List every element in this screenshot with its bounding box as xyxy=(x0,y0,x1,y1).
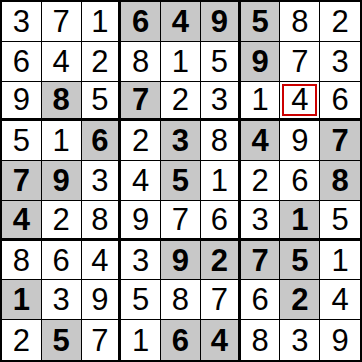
cell-r7c2[interactable]: 6 xyxy=(42,241,82,281)
cell-r8c9[interactable]: 4 xyxy=(320,280,360,320)
cell-r8c5[interactable]: 8 xyxy=(161,280,201,320)
cell-r6c5[interactable]: 7 xyxy=(161,201,201,241)
cell-r1c7[interactable]: 5 xyxy=(241,2,281,42)
cell-r7c7[interactable]: 7 xyxy=(241,241,281,281)
cell-r4c6[interactable]: 8 xyxy=(201,121,241,161)
cell-r2c7[interactable]: 9 xyxy=(241,42,281,82)
cell-r3c4[interactable]: 7 xyxy=(121,82,161,122)
cell-r6c4[interactable]: 9 xyxy=(121,201,161,241)
cell-r5c2[interactable]: 9 xyxy=(42,161,82,201)
cell-r5c7[interactable]: 2 xyxy=(241,161,281,201)
cell-r2c9[interactable]: 3 xyxy=(320,42,360,82)
cell-r5c3[interactable]: 3 xyxy=(82,161,122,201)
cell-r3c3[interactable]: 5 xyxy=(82,82,122,122)
cell-r9c5[interactable]: 6 xyxy=(161,320,201,360)
cell-r5c5[interactable]: 5 xyxy=(161,161,201,201)
cell-r7c3[interactable]: 4 xyxy=(82,241,122,281)
cell-r9c7[interactable]: 8 xyxy=(241,320,281,360)
cell-r1c4[interactable]: 6 xyxy=(121,2,161,42)
cell-r4c5[interactable]: 3 xyxy=(161,121,201,161)
cell-r1c3[interactable]: 1 xyxy=(82,2,122,42)
cell-r3c1[interactable]: 9 xyxy=(2,82,42,122)
cell-r8c7[interactable]: 6 xyxy=(241,280,281,320)
cell-r2c2[interactable]: 4 xyxy=(42,42,82,82)
cell-r3c9[interactable]: 6 xyxy=(320,82,360,122)
cell-r4c1[interactable]: 5 xyxy=(2,121,42,161)
cell-r6c6[interactable]: 6 xyxy=(201,201,241,241)
cell-r3c2[interactable]: 8 xyxy=(42,82,82,122)
cell-r2c4[interactable]: 8 xyxy=(121,42,161,82)
cell-r2c8[interactable]: 7 xyxy=(280,42,320,82)
cell-r6c3[interactable]: 8 xyxy=(82,201,122,241)
cell-r8c6[interactable]: 7 xyxy=(201,280,241,320)
cell-r9c6[interactable]: 4 xyxy=(201,320,241,360)
cell-r1c5[interactable]: 4 xyxy=(161,2,201,42)
cell-r9c1[interactable]: 2 xyxy=(2,320,42,360)
cell-r1c8[interactable]: 8 xyxy=(280,2,320,42)
cell-r2c6[interactable]: 5 xyxy=(201,42,241,82)
cell-r9c4[interactable]: 1 xyxy=(121,320,161,360)
cell-r7c1[interactable]: 8 xyxy=(2,241,42,281)
cell-r8c8[interactable]: 2 xyxy=(280,280,320,320)
cell-r2c3[interactable]: 2 xyxy=(82,42,122,82)
cell-r6c9[interactable]: 5 xyxy=(320,201,360,241)
sudoku-grid: 3716495826428159739857231465162384977934… xyxy=(2,2,360,360)
cell-r1c2[interactable]: 7 xyxy=(42,2,82,42)
cell-r8c4[interactable]: 5 xyxy=(121,280,161,320)
cell-r4c9[interactable]: 7 xyxy=(320,121,360,161)
cell-r1c6[interactable]: 9 xyxy=(201,2,241,42)
cell-r4c2[interactable]: 1 xyxy=(42,121,82,161)
cell-r9c2[interactable]: 5 xyxy=(42,320,82,360)
cell-r4c8[interactable]: 9 xyxy=(280,121,320,161)
cell-r6c2[interactable]: 2 xyxy=(42,201,82,241)
cell-r7c4[interactable]: 3 xyxy=(121,241,161,281)
cell-r7c5[interactable]: 9 xyxy=(161,241,201,281)
cell-r8c2[interactable]: 3 xyxy=(42,280,82,320)
cell-r3c6[interactable]: 3 xyxy=(201,82,241,122)
cell-r5c1[interactable]: 7 xyxy=(2,161,42,201)
cell-r5c6[interactable]: 1 xyxy=(201,161,241,201)
selected-cell-outline xyxy=(282,84,317,117)
cell-r7c8[interactable]: 5 xyxy=(280,241,320,281)
cell-r4c4[interactable]: 2 xyxy=(121,121,161,161)
cell-r1c1[interactable]: 3 xyxy=(2,2,42,42)
cell-r9c8[interactable]: 3 xyxy=(280,320,320,360)
cell-r3c7[interactable]: 1 xyxy=(241,82,281,122)
cell-r9c9[interactable]: 9 xyxy=(320,320,360,360)
sudoku-board: 3716495826428159739857231465162384977934… xyxy=(0,0,362,362)
cell-r5c9[interactable]: 8 xyxy=(320,161,360,201)
cell-r6c7[interactable]: 3 xyxy=(241,201,281,241)
cell-r7c9[interactable]: 1 xyxy=(320,241,360,281)
cell-r4c3[interactable]: 6 xyxy=(82,121,122,161)
cell-r8c3[interactable]: 9 xyxy=(82,280,122,320)
cell-r2c5[interactable]: 1 xyxy=(161,42,201,82)
cell-r9c3[interactable]: 7 xyxy=(82,320,122,360)
cell-r6c8[interactable]: 1 xyxy=(280,201,320,241)
cell-r3c8[interactable]: 4 xyxy=(280,82,320,122)
cell-r3c5[interactable]: 2 xyxy=(161,82,201,122)
cell-r1c9[interactable]: 2 xyxy=(320,2,360,42)
cell-r4c7[interactable]: 4 xyxy=(241,121,281,161)
cell-r8c1[interactable]: 1 xyxy=(2,280,42,320)
cell-r6c1[interactable]: 4 xyxy=(2,201,42,241)
cell-r5c4[interactable]: 4 xyxy=(121,161,161,201)
cell-r7c6[interactable]: 2 xyxy=(201,241,241,281)
cell-r2c1[interactable]: 6 xyxy=(2,42,42,82)
cell-r5c8[interactable]: 6 xyxy=(280,161,320,201)
